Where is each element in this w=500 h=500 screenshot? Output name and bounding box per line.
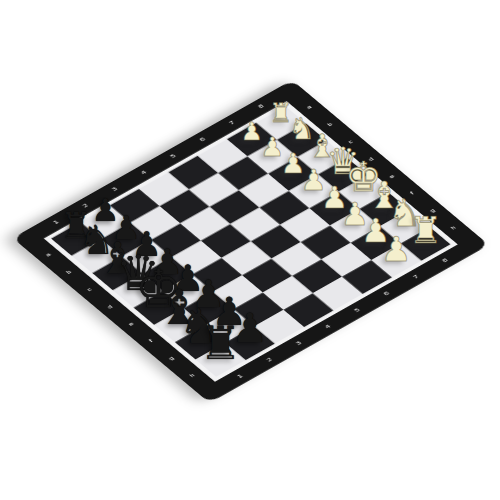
piece-white-pawn-a7[interactable]: ♟ <box>240 118 262 143</box>
piece-white-rook-h8[interactable]: ♜ <box>409 213 442 249</box>
product-photo-scene: aa11bb22cc33dd44ee55ff66gg77hh88 ♜♞♝♛♚♝♞… <box>0 0 500 500</box>
piece-black-rook-h1[interactable]: ♜ <box>200 320 241 366</box>
piece-white-pawn-h7[interactable]: ♟ <box>381 231 412 265</box>
pieces-layer: ♜♞♝♛♚♝♞♜♟♟♟♟♟♟♟♟♟♟♟♟♟♟♟♟♜♞♝♛♚♝♞♜ <box>0 0 500 500</box>
